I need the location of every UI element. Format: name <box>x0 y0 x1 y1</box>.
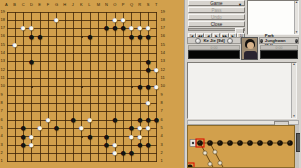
coord-number-right: 4 <box>161 134 163 138</box>
avatar-body <box>244 51 257 60</box>
coord-letter: H <box>63 3 66 7</box>
black-stone-L4: ● <box>85 132 94 141</box>
coord-letter: D <box>30 3 33 7</box>
coord-number-right: 17 <box>161 26 165 30</box>
black-player-clock <box>260 50 298 59</box>
coord-number-left: 15 <box>1 43 5 47</box>
coord-number-right: 7 <box>161 109 163 113</box>
coord-number-left: 6 <box>1 118 3 122</box>
coord-number-left: 3 <box>1 143 3 147</box>
scroll-down-icon[interactable]: ▼ <box>295 31 298 34</box>
coord-number-right: 5 <box>161 126 163 130</box>
coord-number-right: 8 <box>161 101 163 105</box>
white-stone-icon <box>195 38 201 44</box>
coord-letter: P <box>122 3 125 7</box>
coord-number-left: 11 <box>1 76 5 80</box>
white-stone-S5: ● <box>144 123 153 132</box>
white-stone-K5: ● <box>77 123 86 132</box>
black-stone-O6: ● <box>110 115 119 124</box>
white-stone-R4: ● <box>135 132 144 141</box>
coord-letter: M <box>97 3 100 7</box>
white-stone-D17: ● <box>27 23 36 32</box>
coord-letter: S <box>147 3 150 7</box>
coord-letter: T <box>155 3 157 7</box>
white-player-clock <box>188 50 240 59</box>
black-stone-icon <box>295 39 298 43</box>
coord-number-right: 14 <box>161 51 165 55</box>
scroll-up-icon[interactable]: ▲ <box>292 63 296 66</box>
coord-number-right: 19 <box>161 10 165 14</box>
white-stone-F6: ● <box>44 115 53 124</box>
coord-number-right: 1 <box>161 159 163 163</box>
black-stone-icon <box>260 39 263 43</box>
white-stone-T12: ● <box>152 65 161 74</box>
black-stone-E16: ● <box>35 32 44 41</box>
white-stone-L6: ● <box>85 115 94 124</box>
coord-letter: F <box>47 3 49 7</box>
coord-number-left: 16 <box>1 34 5 38</box>
tree-vscroll-thumb[interactable] <box>296 133 301 152</box>
star-point <box>131 86 133 88</box>
scroll-down-icon[interactable]: ▼ <box>292 115 296 118</box>
coord-number-left: 5 <box>1 126 3 130</box>
coord-letter: A <box>5 3 8 7</box>
coord-number-left: 19 <box>1 10 5 14</box>
chat-scrollbar[interactable]: ▲ ▼ <box>291 63 296 118</box>
white-stone-S17: ● <box>144 23 153 32</box>
coord-number-right: 10 <box>161 84 165 88</box>
scroll-up-icon[interactable]: ▲ <box>295 1 298 4</box>
grid-line-h <box>7 161 158 162</box>
coord-letter: K <box>80 3 83 7</box>
game-tree[interactable] <box>187 125 295 168</box>
coord-number-left: 4 <box>1 134 3 138</box>
coord-number-left: 17 <box>1 26 5 30</box>
white-player-name: Ke Jie [9d] <box>203 38 224 43</box>
chevron-down-icon: ▼ <box>238 2 242 7</box>
white-stone-icon <box>227 38 233 44</box>
coord-number-left: 10 <box>1 84 5 88</box>
coord-number-left: 2 <box>1 151 3 155</box>
black-stone-D13: ● <box>27 57 36 66</box>
move-listbox[interactable]: ▲ ▼ <box>247 0 299 35</box>
grid-line-h <box>7 111 158 112</box>
white-stone-O2: ● <box>110 148 119 157</box>
coord-number-right: 9 <box>161 93 163 97</box>
close-button[interactable]: Close <box>188 21 245 27</box>
white-player-panel: Ke Jie [9d] 0:00 <box>187 37 241 60</box>
coord-number-right: 15 <box>161 43 165 47</box>
coord-letter: E <box>38 3 41 7</box>
side-panel: Game ▼ Pass Undo Close |◀◀◀◀▶▶▶▶|10 ▲ ▼ … <box>184 0 300 168</box>
white-player-name-row: Ke Jie [9d] <box>187 37 241 44</box>
black-player-info-bar: 0:00 <box>260 45 298 50</box>
black-stone-L16: ● <box>85 32 94 41</box>
coord-letter: R <box>138 3 141 7</box>
coord-number-right: 2 <box>161 151 163 155</box>
coord-letter: C <box>22 3 25 7</box>
grid-line-v <box>98 12 99 162</box>
black-player-panel: Park Junghwan [9d] 0:00 <box>259 37 299 60</box>
move-slider[interactable] <box>188 28 245 31</box>
coord-number-left: 8 <box>1 101 3 105</box>
black-stone-T6: ● <box>152 115 161 124</box>
player-avatar <box>241 37 258 60</box>
coord-number-left: 7 <box>1 109 3 113</box>
coord-number-right: 13 <box>161 59 165 63</box>
grid-line-v <box>123 12 124 162</box>
coord-number-right: 12 <box>161 68 165 72</box>
listbox-scrollbar[interactable]: ▲ ▼ <box>294 1 298 34</box>
coord-number-left: 9 <box>1 93 3 97</box>
game-combobox[interactable]: Game ▼ <box>188 0 245 6</box>
avatar-face <box>247 42 254 49</box>
black-stone-S16: ● <box>144 32 153 41</box>
grid-line-h <box>7 103 158 104</box>
black-stone-G5: ● <box>52 123 61 132</box>
coord-number-right: 3 <box>161 143 163 147</box>
coord-letter: G <box>55 3 58 7</box>
chat-area[interactable]: ▲ ▼ <box>187 62 297 119</box>
coord-number-left: 13 <box>1 59 5 63</box>
coord-letter: L <box>88 3 90 7</box>
black-player-name-row: Park Junghwan [9d] <box>259 37 299 44</box>
tree-vscrollbar[interactable] <box>295 125 299 168</box>
coord-number-right: 11 <box>161 76 165 80</box>
coord-letter: J <box>72 3 74 7</box>
go-board[interactable]: A1919B1818C1717D1616E1515F1414G1313H1212… <box>0 0 184 168</box>
white-stone-S8: ● <box>144 98 153 107</box>
star-point <box>81 86 83 88</box>
star-point <box>81 136 83 138</box>
coord-letter: O <box>113 3 116 7</box>
game-tree-panel <box>187 120 299 168</box>
grid-line-h <box>7 95 158 96</box>
undo-button[interactable]: Undo <box>188 14 245 20</box>
coord-number-right: 18 <box>161 18 165 22</box>
white-stone-G18: ● <box>52 15 61 24</box>
black-stone-S3: ● <box>144 140 153 149</box>
pass-button[interactable]: Pass <box>188 7 245 13</box>
coord-letter: Q <box>130 3 133 7</box>
star-point <box>81 36 83 38</box>
coord-number-left: 18 <box>1 18 5 22</box>
white-stone-E5: ● <box>35 123 44 132</box>
game-combobox-label: Game <box>210 1 222 6</box>
coord-number-left: 14 <box>1 51 5 55</box>
black-stone-Q2: ● <box>127 148 136 157</box>
white-stone-D3: ● <box>27 140 36 149</box>
coord-number-left: 12 <box>1 68 5 72</box>
coord-number-left: 1 <box>1 159 3 163</box>
star-point <box>31 86 33 88</box>
coord-letter: B <box>13 3 16 7</box>
coord-letter: N <box>105 3 108 7</box>
coord-number-right: 16 <box>161 34 165 38</box>
white-player-info-bar: 0:00 <box>188 45 240 50</box>
white-stone-T10: ● <box>152 82 161 91</box>
white-stone-B15: ● <box>10 40 19 49</box>
